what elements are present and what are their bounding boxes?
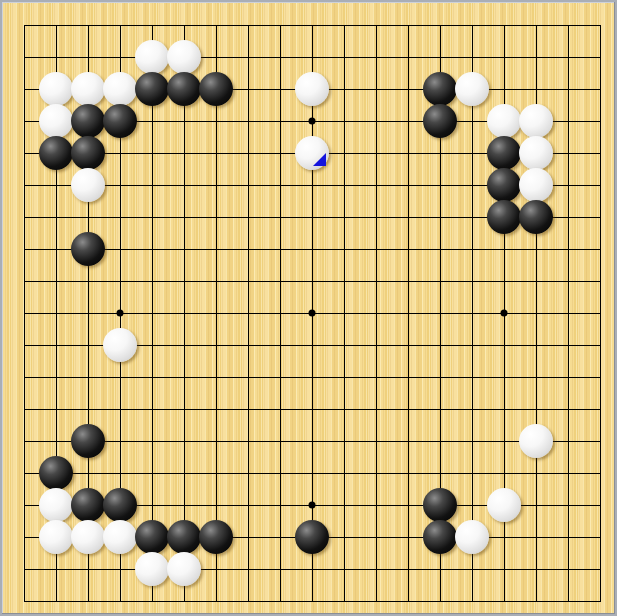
point-C5[interactable]	[72, 457, 104, 489]
point-Q5[interactable]	[488, 457, 520, 489]
point-P2[interactable]	[456, 553, 488, 585]
point-N7[interactable]	[392, 393, 424, 425]
point-L12[interactable]	[328, 233, 360, 265]
point-M12[interactable]	[360, 233, 392, 265]
point-G2[interactable]	[200, 553, 232, 585]
point-B12[interactable]	[40, 233, 72, 265]
point-A17[interactable]	[8, 73, 40, 105]
point-F7[interactable]	[168, 393, 200, 425]
point-O10[interactable]	[424, 297, 456, 329]
point-S15[interactable]	[552, 137, 584, 169]
point-K11[interactable]	[296, 265, 328, 297]
point-D7[interactable]	[104, 393, 136, 425]
point-E10[interactable]	[136, 297, 168, 329]
point-M2[interactable]	[360, 553, 392, 585]
point-N13[interactable]	[392, 201, 424, 233]
point-S11[interactable]	[552, 265, 584, 297]
point-J16[interactable]	[264, 105, 296, 137]
point-J12[interactable]	[264, 233, 296, 265]
point-M5[interactable]	[360, 457, 392, 489]
point-D1[interactable]	[104, 585, 136, 616]
point-P7[interactable]	[456, 393, 488, 425]
point-M14[interactable]	[360, 169, 392, 201]
point-K10[interactable]	[296, 297, 328, 329]
point-T8[interactable]	[584, 361, 616, 393]
point-O4[interactable]	[424, 489, 456, 521]
point-F11[interactable]	[168, 265, 200, 297]
point-N14[interactable]	[392, 169, 424, 201]
point-D5[interactable]	[104, 457, 136, 489]
point-L7[interactable]	[328, 393, 360, 425]
point-H17[interactable]	[232, 73, 264, 105]
point-Q10[interactable]	[488, 297, 520, 329]
point-N2[interactable]	[392, 553, 424, 585]
point-B14[interactable]	[40, 169, 72, 201]
point-A9[interactable]	[8, 329, 40, 361]
point-E15[interactable]	[136, 137, 168, 169]
point-K18[interactable]	[296, 41, 328, 73]
point-L2[interactable]	[328, 553, 360, 585]
point-H8[interactable]	[232, 361, 264, 393]
point-H7[interactable]	[232, 393, 264, 425]
point-L15[interactable]	[328, 137, 360, 169]
point-S6[interactable]	[552, 425, 584, 457]
point-Q11[interactable]	[488, 265, 520, 297]
point-B5[interactable]	[40, 457, 72, 489]
point-L8[interactable]	[328, 361, 360, 393]
point-R12[interactable]	[520, 233, 552, 265]
point-N15[interactable]	[392, 137, 424, 169]
point-J13[interactable]	[264, 201, 296, 233]
point-T4[interactable]	[584, 489, 616, 521]
point-Q2[interactable]	[488, 553, 520, 585]
point-L14[interactable]	[328, 169, 360, 201]
point-Q13[interactable]	[488, 201, 520, 233]
point-O12[interactable]	[424, 233, 456, 265]
point-D11[interactable]	[104, 265, 136, 297]
point-J11[interactable]	[264, 265, 296, 297]
point-R17[interactable]	[520, 73, 552, 105]
point-F12[interactable]	[168, 233, 200, 265]
point-C3[interactable]	[72, 521, 104, 553]
point-G3[interactable]	[200, 521, 232, 553]
point-T16[interactable]	[584, 105, 616, 137]
point-R7[interactable]	[520, 393, 552, 425]
point-B16[interactable]	[40, 105, 72, 137]
point-E11[interactable]	[136, 265, 168, 297]
point-Q12[interactable]	[488, 233, 520, 265]
point-E14[interactable]	[136, 169, 168, 201]
point-T18[interactable]	[584, 41, 616, 73]
point-T7[interactable]	[584, 393, 616, 425]
point-F18[interactable]	[168, 41, 200, 73]
point-K17[interactable]	[296, 73, 328, 105]
point-G18[interactable]	[200, 41, 232, 73]
point-F15[interactable]	[168, 137, 200, 169]
point-C11[interactable]	[72, 265, 104, 297]
point-K4[interactable]	[296, 489, 328, 521]
point-C9[interactable]	[72, 329, 104, 361]
point-B10[interactable]	[40, 297, 72, 329]
point-G15[interactable]	[200, 137, 232, 169]
point-G9[interactable]	[200, 329, 232, 361]
point-T5[interactable]	[584, 457, 616, 489]
point-H10[interactable]	[232, 297, 264, 329]
point-H19[interactable]	[232, 9, 264, 41]
point-P1[interactable]	[456, 585, 488, 616]
point-D19[interactable]	[104, 9, 136, 41]
point-N8[interactable]	[392, 361, 424, 393]
point-O18[interactable]	[424, 41, 456, 73]
point-P11[interactable]	[456, 265, 488, 297]
point-C18[interactable]	[72, 41, 104, 73]
point-K12[interactable]	[296, 233, 328, 265]
point-N5[interactable]	[392, 457, 424, 489]
point-N17[interactable]	[392, 73, 424, 105]
point-R14[interactable]	[520, 169, 552, 201]
point-M9[interactable]	[360, 329, 392, 361]
point-N10[interactable]	[392, 297, 424, 329]
point-E1[interactable]	[136, 585, 168, 616]
point-T19[interactable]	[584, 9, 616, 41]
point-K6[interactable]	[296, 425, 328, 457]
point-Q16[interactable]	[488, 105, 520, 137]
point-K3[interactable]	[296, 521, 328, 553]
point-N3[interactable]	[392, 521, 424, 553]
point-D17[interactable]	[104, 73, 136, 105]
point-G10[interactable]	[200, 297, 232, 329]
point-E16[interactable]	[136, 105, 168, 137]
point-P17[interactable]	[456, 73, 488, 105]
point-F19[interactable]	[168, 9, 200, 41]
point-F17[interactable]	[168, 73, 200, 105]
point-D10[interactable]	[104, 297, 136, 329]
point-K15[interactable]	[296, 137, 328, 169]
point-B17[interactable]	[40, 73, 72, 105]
point-E6[interactable]	[136, 425, 168, 457]
point-S10[interactable]	[552, 297, 584, 329]
point-G14[interactable]	[200, 169, 232, 201]
point-E7[interactable]	[136, 393, 168, 425]
point-O16[interactable]	[424, 105, 456, 137]
point-P5[interactable]	[456, 457, 488, 489]
point-J5[interactable]	[264, 457, 296, 489]
point-F14[interactable]	[168, 169, 200, 201]
point-B2[interactable]	[40, 553, 72, 585]
point-T14[interactable]	[584, 169, 616, 201]
point-G12[interactable]	[200, 233, 232, 265]
point-K13[interactable]	[296, 201, 328, 233]
point-B9[interactable]	[40, 329, 72, 361]
point-K7[interactable]	[296, 393, 328, 425]
point-J2[interactable]	[264, 553, 296, 585]
point-P6[interactable]	[456, 425, 488, 457]
point-Q8[interactable]	[488, 361, 520, 393]
point-O7[interactable]	[424, 393, 456, 425]
point-B3[interactable]	[40, 521, 72, 553]
point-G5[interactable]	[200, 457, 232, 489]
point-S1[interactable]	[552, 585, 584, 616]
point-O8[interactable]	[424, 361, 456, 393]
point-F16[interactable]	[168, 105, 200, 137]
point-R18[interactable]	[520, 41, 552, 73]
point-H12[interactable]	[232, 233, 264, 265]
point-S8[interactable]	[552, 361, 584, 393]
point-T9[interactable]	[584, 329, 616, 361]
point-A3[interactable]	[8, 521, 40, 553]
point-E17[interactable]	[136, 73, 168, 105]
point-Q1[interactable]	[488, 585, 520, 616]
point-H14[interactable]	[232, 169, 264, 201]
point-J15[interactable]	[264, 137, 296, 169]
point-E4[interactable]	[136, 489, 168, 521]
point-D18[interactable]	[104, 41, 136, 73]
point-T17[interactable]	[584, 73, 616, 105]
point-M18[interactable]	[360, 41, 392, 73]
point-B11[interactable]	[40, 265, 72, 297]
point-P10[interactable]	[456, 297, 488, 329]
point-A16[interactable]	[8, 105, 40, 137]
point-O2[interactable]	[424, 553, 456, 585]
point-M6[interactable]	[360, 425, 392, 457]
point-L3[interactable]	[328, 521, 360, 553]
point-A8[interactable]	[8, 361, 40, 393]
point-G13[interactable]	[200, 201, 232, 233]
point-M8[interactable]	[360, 361, 392, 393]
point-C4[interactable]	[72, 489, 104, 521]
point-E2[interactable]	[136, 553, 168, 585]
point-F13[interactable]	[168, 201, 200, 233]
point-H1[interactable]	[232, 585, 264, 616]
point-H2[interactable]	[232, 553, 264, 585]
point-H3[interactable]	[232, 521, 264, 553]
point-A12[interactable]	[8, 233, 40, 265]
point-R19[interactable]	[520, 9, 552, 41]
point-M4[interactable]	[360, 489, 392, 521]
point-A5[interactable]	[8, 457, 40, 489]
point-K16[interactable]	[296, 105, 328, 137]
point-K5[interactable]	[296, 457, 328, 489]
point-D13[interactable]	[104, 201, 136, 233]
point-B15[interactable]	[40, 137, 72, 169]
point-J9[interactable]	[264, 329, 296, 361]
point-H5[interactable]	[232, 457, 264, 489]
point-D15[interactable]	[104, 137, 136, 169]
point-B4[interactable]	[40, 489, 72, 521]
point-A1[interactable]	[8, 585, 40, 616]
point-M16[interactable]	[360, 105, 392, 137]
point-F6[interactable]	[168, 425, 200, 457]
point-M7[interactable]	[360, 393, 392, 425]
point-A18[interactable]	[8, 41, 40, 73]
point-T11[interactable]	[584, 265, 616, 297]
point-L4[interactable]	[328, 489, 360, 521]
point-M3[interactable]	[360, 521, 392, 553]
point-Q15[interactable]	[488, 137, 520, 169]
point-H11[interactable]	[232, 265, 264, 297]
point-S7[interactable]	[552, 393, 584, 425]
point-R11[interactable]	[520, 265, 552, 297]
go-board[interactable]	[0, 0, 617, 616]
point-P3[interactable]	[456, 521, 488, 553]
point-O13[interactable]	[424, 201, 456, 233]
point-G17[interactable]	[200, 73, 232, 105]
point-C16[interactable]	[72, 105, 104, 137]
point-E19[interactable]	[136, 9, 168, 41]
point-K9[interactable]	[296, 329, 328, 361]
point-B8[interactable]	[40, 361, 72, 393]
point-T15[interactable]	[584, 137, 616, 169]
point-Q19[interactable]	[488, 9, 520, 41]
point-O9[interactable]	[424, 329, 456, 361]
point-R9[interactable]	[520, 329, 552, 361]
point-S5[interactable]	[552, 457, 584, 489]
point-J4[interactable]	[264, 489, 296, 521]
point-A10[interactable]	[8, 297, 40, 329]
point-D3[interactable]	[104, 521, 136, 553]
point-D16[interactable]	[104, 105, 136, 137]
point-S14[interactable]	[552, 169, 584, 201]
point-G16[interactable]	[200, 105, 232, 137]
point-N4[interactable]	[392, 489, 424, 521]
point-B7[interactable]	[40, 393, 72, 425]
point-K2[interactable]	[296, 553, 328, 585]
point-P15[interactable]	[456, 137, 488, 169]
point-D14[interactable]	[104, 169, 136, 201]
point-R6[interactable]	[520, 425, 552, 457]
point-O11[interactable]	[424, 265, 456, 297]
point-P8[interactable]	[456, 361, 488, 393]
point-D8[interactable]	[104, 361, 136, 393]
point-J7[interactable]	[264, 393, 296, 425]
point-C13[interactable]	[72, 201, 104, 233]
point-S16[interactable]	[552, 105, 584, 137]
point-R15[interactable]	[520, 137, 552, 169]
point-M19[interactable]	[360, 9, 392, 41]
point-B18[interactable]	[40, 41, 72, 73]
point-S18[interactable]	[552, 41, 584, 73]
point-M10[interactable]	[360, 297, 392, 329]
point-C15[interactable]	[72, 137, 104, 169]
point-R10[interactable]	[520, 297, 552, 329]
point-L13[interactable]	[328, 201, 360, 233]
point-H15[interactable]	[232, 137, 264, 169]
point-L10[interactable]	[328, 297, 360, 329]
point-T6[interactable]	[584, 425, 616, 457]
point-O15[interactable]	[424, 137, 456, 169]
point-H16[interactable]	[232, 105, 264, 137]
point-E12[interactable]	[136, 233, 168, 265]
point-T10[interactable]	[584, 297, 616, 329]
point-G11[interactable]	[200, 265, 232, 297]
point-G8[interactable]	[200, 361, 232, 393]
point-L16[interactable]	[328, 105, 360, 137]
point-C10[interactable]	[72, 297, 104, 329]
point-C7[interactable]	[72, 393, 104, 425]
point-E5[interactable]	[136, 457, 168, 489]
point-F8[interactable]	[168, 361, 200, 393]
point-R1[interactable]	[520, 585, 552, 616]
point-D4[interactable]	[104, 489, 136, 521]
point-N16[interactable]	[392, 105, 424, 137]
point-R13[interactable]	[520, 201, 552, 233]
point-A19[interactable]	[8, 9, 40, 41]
point-S17[interactable]	[552, 73, 584, 105]
point-P18[interactable]	[456, 41, 488, 73]
point-N1[interactable]	[392, 585, 424, 616]
point-T2[interactable]	[584, 553, 616, 585]
point-C2[interactable]	[72, 553, 104, 585]
point-S13[interactable]	[552, 201, 584, 233]
point-N19[interactable]	[392, 9, 424, 41]
point-S9[interactable]	[552, 329, 584, 361]
point-T13[interactable]	[584, 201, 616, 233]
point-C12[interactable]	[72, 233, 104, 265]
point-P12[interactable]	[456, 233, 488, 265]
point-A15[interactable]	[8, 137, 40, 169]
point-G1[interactable]	[200, 585, 232, 616]
point-Q4[interactable]	[488, 489, 520, 521]
point-A7[interactable]	[8, 393, 40, 425]
point-M11[interactable]	[360, 265, 392, 297]
point-J1[interactable]	[264, 585, 296, 616]
point-D2[interactable]	[104, 553, 136, 585]
point-R8[interactable]	[520, 361, 552, 393]
point-J14[interactable]	[264, 169, 296, 201]
point-P9[interactable]	[456, 329, 488, 361]
point-O6[interactable]	[424, 425, 456, 457]
point-G19[interactable]	[200, 9, 232, 41]
point-E18[interactable]	[136, 41, 168, 73]
point-O5[interactable]	[424, 457, 456, 489]
point-L5[interactable]	[328, 457, 360, 489]
point-Q18[interactable]	[488, 41, 520, 73]
point-A4[interactable]	[8, 489, 40, 521]
point-G4[interactable]	[200, 489, 232, 521]
point-L18[interactable]	[328, 41, 360, 73]
point-G6[interactable]	[200, 425, 232, 457]
point-A11[interactable]	[8, 265, 40, 297]
point-J3[interactable]	[264, 521, 296, 553]
point-M17[interactable]	[360, 73, 392, 105]
point-L1[interactable]	[328, 585, 360, 616]
point-A14[interactable]	[8, 169, 40, 201]
point-Q14[interactable]	[488, 169, 520, 201]
point-D6[interactable]	[104, 425, 136, 457]
point-C6[interactable]	[72, 425, 104, 457]
point-Q7[interactable]	[488, 393, 520, 425]
point-H18[interactable]	[232, 41, 264, 73]
point-A13[interactable]	[8, 201, 40, 233]
point-N6[interactable]	[392, 425, 424, 457]
point-F3[interactable]	[168, 521, 200, 553]
point-O3[interactable]	[424, 521, 456, 553]
point-P14[interactable]	[456, 169, 488, 201]
point-T12[interactable]	[584, 233, 616, 265]
point-K19[interactable]	[296, 9, 328, 41]
point-D12[interactable]	[104, 233, 136, 265]
point-E9[interactable]	[136, 329, 168, 361]
point-F10[interactable]	[168, 297, 200, 329]
point-B19[interactable]	[40, 9, 72, 41]
point-J6[interactable]	[264, 425, 296, 457]
point-J18[interactable]	[264, 41, 296, 73]
point-L9[interactable]	[328, 329, 360, 361]
point-H9[interactable]	[232, 329, 264, 361]
point-Q9[interactable]	[488, 329, 520, 361]
point-C1[interactable]	[72, 585, 104, 616]
point-K14[interactable]	[296, 169, 328, 201]
